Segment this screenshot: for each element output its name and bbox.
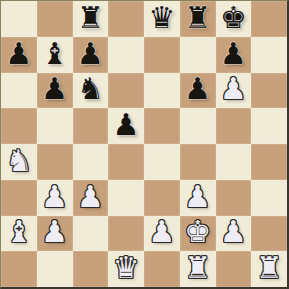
piece-white-pawn[interactable]: ♟: [220, 74, 247, 104]
square-f8[interactable]: ♜: [180, 1, 216, 37]
square-d1[interactable]: ♛: [108, 251, 144, 287]
square-h3[interactable]: [251, 180, 287, 216]
piece-black-knight[interactable]: ♞: [77, 74, 104, 104]
piece-white-pawn[interactable]: ♟: [77, 182, 104, 212]
piece-black-pawn[interactable]: ♟: [220, 39, 247, 69]
square-d2[interactable]: [108, 216, 144, 252]
piece-white-pawn[interactable]: ♟: [148, 217, 175, 247]
square-f4[interactable]: [180, 144, 216, 180]
square-d4[interactable]: [108, 144, 144, 180]
piece-black-pawn[interactable]: ♟: [184, 74, 211, 104]
square-b6[interactable]: ♟: [37, 73, 73, 109]
square-a2[interactable]: ♝: [1, 216, 37, 252]
square-e6[interactable]: [144, 73, 180, 109]
square-e7[interactable]: [144, 37, 180, 73]
square-b2[interactable]: ♟: [37, 216, 73, 252]
piece-white-queen[interactable]: ♛: [113, 253, 140, 283]
square-h8[interactable]: [251, 1, 287, 37]
square-d6[interactable]: [108, 73, 144, 109]
chess-board: ♜♛♜♚♟♝♟♟♟♞♟♟♟♞♟♟♟♝♟♟♚♟♛♜♜: [0, 0, 289, 289]
square-c7[interactable]: ♟: [73, 37, 109, 73]
square-a3[interactable]: [1, 180, 37, 216]
square-b4[interactable]: [37, 144, 73, 180]
square-a8[interactable]: [1, 1, 37, 37]
piece-black-pawn[interactable]: ♟: [113, 110, 140, 140]
square-h7[interactable]: [251, 37, 287, 73]
piece-black-rook[interactable]: ♜: [184, 3, 211, 33]
square-f3[interactable]: ♟: [180, 180, 216, 216]
square-b1[interactable]: [37, 251, 73, 287]
square-g4[interactable]: [216, 144, 252, 180]
square-d8[interactable]: [108, 1, 144, 37]
piece-black-pawn[interactable]: ♟: [41, 74, 68, 104]
piece-white-king[interactable]: ♚: [184, 217, 211, 247]
square-g5[interactable]: [216, 108, 252, 144]
square-g6[interactable]: ♟: [216, 73, 252, 109]
piece-white-knight[interactable]: ♞: [5, 146, 32, 176]
piece-white-pawn[interactable]: ♟: [184, 182, 211, 212]
square-g8[interactable]: ♚: [216, 1, 252, 37]
piece-white-pawn[interactable]: ♟: [41, 217, 68, 247]
piece-black-rook[interactable]: ♜: [77, 3, 104, 33]
square-f1[interactable]: ♜: [180, 251, 216, 287]
square-b7[interactable]: ♝: [37, 37, 73, 73]
square-c2[interactable]: [73, 216, 109, 252]
square-f7[interactable]: [180, 37, 216, 73]
square-d3[interactable]: [108, 180, 144, 216]
square-d5[interactable]: ♟: [108, 108, 144, 144]
square-a4[interactable]: ♞: [1, 144, 37, 180]
square-c1[interactable]: [73, 251, 109, 287]
piece-white-bishop[interactable]: ♝: [5, 217, 32, 247]
piece-white-pawn[interactable]: ♟: [41, 182, 68, 212]
square-e2[interactable]: ♟: [144, 216, 180, 252]
piece-white-rook[interactable]: ♜: [256, 253, 283, 283]
square-b5[interactable]: [37, 108, 73, 144]
square-e3[interactable]: [144, 180, 180, 216]
square-a5[interactable]: [1, 108, 37, 144]
square-e4[interactable]: [144, 144, 180, 180]
square-g3[interactable]: [216, 180, 252, 216]
piece-white-pawn[interactable]: ♟: [220, 217, 247, 247]
square-c6[interactable]: ♞: [73, 73, 109, 109]
square-h1[interactable]: ♜: [251, 251, 287, 287]
square-e5[interactable]: [144, 108, 180, 144]
square-b3[interactable]: ♟: [37, 180, 73, 216]
piece-black-king[interactable]: ♚: [220, 3, 247, 33]
square-b8[interactable]: [37, 1, 73, 37]
piece-black-queen[interactable]: ♛: [148, 3, 175, 33]
square-f2[interactable]: ♚: [180, 216, 216, 252]
piece-black-pawn[interactable]: ♟: [77, 39, 104, 69]
square-f6[interactable]: ♟: [180, 73, 216, 109]
square-g7[interactable]: ♟: [216, 37, 252, 73]
square-c8[interactable]: ♜: [73, 1, 109, 37]
square-h2[interactable]: [251, 216, 287, 252]
square-h6[interactable]: [251, 73, 287, 109]
piece-black-bishop[interactable]: ♝: [41, 39, 68, 69]
square-h4[interactable]: [251, 144, 287, 180]
square-e1[interactable]: [144, 251, 180, 287]
square-c4[interactable]: [73, 144, 109, 180]
square-c5[interactable]: [73, 108, 109, 144]
square-f5[interactable]: [180, 108, 216, 144]
square-a1[interactable]: [1, 251, 37, 287]
square-g2[interactable]: ♟: [216, 216, 252, 252]
piece-white-rook[interactable]: ♜: [184, 253, 211, 283]
square-a6[interactable]: [1, 73, 37, 109]
piece-black-pawn[interactable]: ♟: [5, 39, 32, 69]
square-g1[interactable]: [216, 251, 252, 287]
square-a7[interactable]: ♟: [1, 37, 37, 73]
square-e8[interactable]: ♛: [144, 1, 180, 37]
square-h5[interactable]: [251, 108, 287, 144]
square-c3[interactable]: ♟: [73, 180, 109, 216]
square-d7[interactable]: [108, 37, 144, 73]
